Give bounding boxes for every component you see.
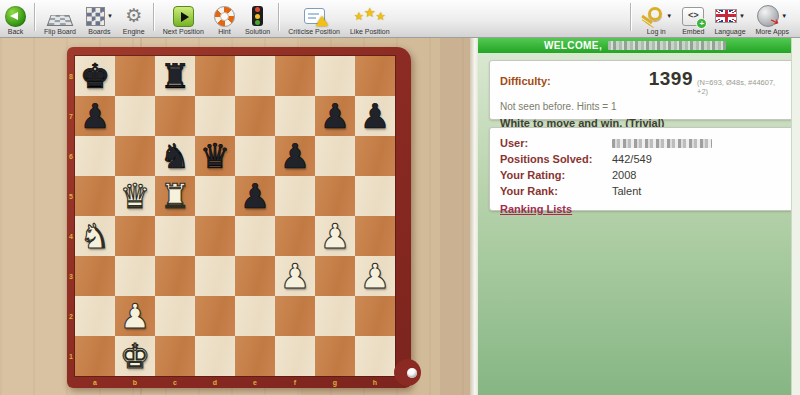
square-g7[interactable]: ♟	[315, 96, 355, 136]
difficulty-stats: (N=693, Ø48s, #44607, +2)	[697, 78, 783, 96]
piece-br[interactable]: ♜	[160, 56, 190, 96]
rank-label-7: 7	[67, 96, 75, 136]
rank-label-6: 6	[67, 136, 75, 176]
square-c7[interactable]	[155, 96, 195, 136]
your-rating-row: Your Rating: 2008	[500, 167, 783, 183]
rank-label-8: 8	[67, 56, 75, 96]
square-c1[interactable]	[155, 336, 195, 376]
square-d2[interactable]	[195, 296, 235, 336]
status-line: Not seen before. Hints = 1	[500, 101, 783, 112]
square-c2[interactable]	[155, 296, 195, 336]
piece-bn[interactable]: ♞	[160, 136, 190, 176]
back-icon	[5, 6, 26, 27]
square-h7[interactable]: ♟	[355, 96, 395, 136]
chevron-down-icon	[666, 13, 672, 19]
user-label: User:	[500, 137, 612, 149]
square-g8[interactable]	[315, 56, 355, 96]
boards-label: Boards	[88, 28, 110, 35]
boards-icon	[86, 7, 105, 26]
boards-button[interactable]: Boards	[81, 0, 118, 37]
rank-label-3: 3	[67, 256, 75, 296]
square-h4[interactable]	[355, 216, 395, 256]
square-g6[interactable]	[315, 136, 355, 176]
square-b1[interactable]: ♚	[115, 336, 155, 376]
piece-bp[interactable]: ♟	[360, 96, 390, 136]
square-e6[interactable]	[235, 136, 275, 176]
flip-board-icon	[47, 14, 74, 25]
login-key-icon	[640, 5, 664, 27]
engine-button[interactable]: Engine	[118, 0, 150, 37]
square-a6[interactable]	[75, 136, 115, 176]
square-c6[interactable]: ♞	[155, 136, 195, 176]
piece-bk[interactable]: ♚	[80, 56, 110, 96]
square-h5[interactable]	[355, 176, 395, 216]
square-h8[interactable]	[355, 56, 395, 96]
chevron-down-icon	[107, 13, 113, 19]
like-position-label: Like Position	[350, 28, 390, 35]
engine-label: Engine	[123, 28, 145, 35]
piece-bq[interactable]: ♛	[200, 136, 230, 176]
next-position-play-icon	[173, 6, 194, 27]
square-a1[interactable]	[75, 336, 115, 376]
square-e8[interactable]	[235, 56, 275, 96]
login-button[interactable]: Log in	[635, 0, 677, 37]
next-position-button[interactable]: Next Position	[158, 0, 209, 37]
redacted-username	[608, 41, 726, 50]
criticise-bubble-warning-icon	[304, 8, 325, 24]
square-e7[interactable]	[235, 96, 275, 136]
criticise-position-label: Criticise Position	[288, 28, 340, 35]
more-apps-globe-icon	[757, 5, 779, 27]
file-label-f: f	[275, 376, 315, 388]
square-b7[interactable]	[115, 96, 155, 136]
solution-label: Solution	[245, 28, 270, 35]
chess-board-frame: 87654321 abcdefgh ♚♜♟♟♟♞♛♟♛♜♟♞♟♟♟♟♚	[67, 47, 411, 388]
login-label: Log in	[647, 28, 666, 35]
difficulty-card: Difficulty: 1399 (N=693, Ø48s, #44607, +…	[489, 60, 794, 120]
toolbar-spacer	[395, 0, 628, 37]
square-a4[interactable]: ♞	[75, 216, 115, 256]
criticise-position-button[interactable]: Criticise Position	[283, 0, 345, 37]
piece-wp[interactable]: ♟	[360, 256, 390, 296]
square-d5[interactable]	[195, 176, 235, 216]
square-g5[interactable]	[315, 176, 355, 216]
piece-wr[interactable]: ♜	[160, 176, 190, 216]
square-b6[interactable]	[115, 136, 155, 176]
square-c4[interactable]	[155, 216, 195, 256]
square-c3[interactable]	[155, 256, 195, 296]
square-f6[interactable]: ♟	[275, 136, 315, 176]
your-rating-label: Your Rating:	[500, 169, 612, 181]
square-a7[interactable]: ♟	[75, 96, 115, 136]
piece-bp[interactable]: ♟	[240, 176, 270, 216]
square-f7[interactable]	[275, 96, 315, 136]
square-h3[interactable]: ♟	[355, 256, 395, 296]
redacted-user-value	[612, 139, 712, 148]
your-rank-value: Talent	[612, 185, 641, 197]
user-row: User:	[500, 135, 783, 151]
panel-divider	[470, 38, 478, 395]
rank-labels: 87654321	[67, 56, 75, 376]
piece-wq[interactable]: ♛	[120, 176, 150, 216]
user-card: User: Positions Solved: 442/549 Your Rat…	[489, 127, 794, 211]
embed-code-icon	[682, 7, 704, 26]
square-g3[interactable]	[315, 256, 355, 296]
like-stars-icon	[354, 11, 385, 22]
square-f5[interactable]	[275, 176, 315, 216]
square-d7[interactable]	[195, 96, 235, 136]
your-rating-value: 2008	[612, 169, 636, 181]
square-b8[interactable]	[115, 56, 155, 96]
welcome-bar: WELCOME,	[478, 38, 792, 53]
flip-board-label: Flip Board	[44, 28, 76, 35]
square-c8[interactable]: ♜	[155, 56, 195, 96]
file-labels: abcdefgh	[75, 376, 395, 388]
piece-wk[interactable]: ♚	[120, 336, 150, 376]
back-label: Back	[8, 28, 24, 35]
square-a2[interactable]	[75, 296, 115, 336]
square-f8[interactable]	[275, 56, 315, 96]
square-b2[interactable]: ♟	[115, 296, 155, 336]
more-apps-label: More Apps	[756, 28, 789, 35]
toolbar: Back Flip Board Boards Engine Next Posit…	[0, 0, 800, 38]
ranking-lists-link[interactable]: Ranking Lists	[500, 203, 572, 215]
your-rank-row: Your Rank: Talent	[500, 183, 783, 199]
rank-label-4: 4	[67, 216, 75, 256]
language-button[interactable]: Language	[709, 0, 750, 37]
square-g1[interactable]	[315, 336, 355, 376]
right-panel: WELCOME, Difficulty: 1399 (N=693, Ø48s, …	[478, 38, 800, 395]
positions-solved-label: Positions Solved:	[500, 153, 612, 165]
square-f2[interactable]	[275, 296, 315, 336]
square-h2[interactable]	[355, 296, 395, 336]
board-pin	[394, 359, 421, 386]
flip-board-button[interactable]: Flip Board	[39, 0, 81, 37]
rank-label-1: 1	[67, 336, 75, 376]
positions-solved-row: Positions Solved: 442/549	[500, 151, 783, 167]
square-a5[interactable]	[75, 176, 115, 216]
piece-bp[interactable]: ♟	[320, 96, 350, 136]
square-e2[interactable]	[235, 296, 275, 336]
solution-traffic-light-icon	[252, 6, 263, 26]
toolbar-separator	[153, 3, 155, 31]
solution-button[interactable]: Solution	[240, 0, 275, 37]
file-label-g: g	[315, 376, 355, 388]
more-apps-button[interactable]: More Apps	[751, 0, 794, 37]
chevron-down-icon	[739, 13, 745, 19]
like-position-button[interactable]: Like Position	[345, 0, 395, 37]
square-a3[interactable]	[75, 256, 115, 296]
piece-wp[interactable]: ♟	[120, 296, 150, 336]
file-label-a: a	[75, 376, 115, 388]
file-label-e: e	[235, 376, 275, 388]
piece-wp[interactable]: ♟	[320, 216, 350, 256]
language-label: Language	[714, 28, 745, 35]
piece-bp[interactable]: ♟	[80, 96, 110, 136]
square-h6[interactable]	[355, 136, 395, 176]
difficulty-value: 1399	[649, 68, 693, 90]
square-d6[interactable]: ♛	[195, 136, 235, 176]
toolbar-separator	[278, 3, 280, 31]
embed-button[interactable]: Embed	[677, 0, 709, 37]
scrollbar-track[interactable]	[791, 38, 800, 395]
file-label-c: c	[155, 376, 195, 388]
hint-button[interactable]: Hint	[209, 0, 240, 37]
chevron-down-icon	[781, 13, 787, 19]
toolbar-separator	[630, 3, 632, 31]
back-button[interactable]: Back	[0, 0, 31, 37]
square-b3[interactable]	[115, 256, 155, 296]
piece-wp[interactable]: ♟	[280, 256, 310, 296]
difficulty-label: Difficulty:	[500, 75, 551, 87]
square-a8[interactable]: ♚	[75, 56, 115, 96]
square-b4[interactable]	[115, 216, 155, 256]
square-d4[interactable]	[195, 216, 235, 256]
positions-solved-value: 442/549	[612, 153, 652, 165]
engine-gear-icon	[125, 5, 142, 27]
file-label-b: b	[115, 376, 155, 388]
square-d8[interactable]	[195, 56, 235, 96]
square-f4[interactable]	[275, 216, 315, 256]
piece-bp[interactable]: ♟	[280, 136, 310, 176]
rank-label-2: 2	[67, 296, 75, 336]
next-position-label: Next Position	[163, 28, 204, 35]
square-d1[interactable]	[195, 336, 235, 376]
square-g4[interactable]: ♟	[315, 216, 355, 256]
square-g2[interactable]	[315, 296, 355, 336]
square-e3[interactable]	[235, 256, 275, 296]
square-f1[interactable]	[275, 336, 315, 376]
piece-wn[interactable]: ♞	[80, 216, 110, 256]
square-e1[interactable]	[235, 336, 275, 376]
rank-label-5: 5	[67, 176, 75, 216]
language-uk-flag-icon	[715, 9, 737, 23]
embed-label: Embed	[682, 28, 704, 35]
file-label-h: h	[355, 376, 395, 388]
toolbar-separator	[34, 3, 36, 31]
square-f3[interactable]: ♟	[275, 256, 315, 296]
your-rank-label: Your Rank:	[500, 185, 612, 197]
welcome-text: WELCOME,	[544, 40, 602, 51]
square-e4[interactable]	[235, 216, 275, 256]
chess-board[interactable]: ♚♜♟♟♟♞♛♟♛♜♟♞♟♟♟♟♚	[75, 56, 395, 376]
hint-label: Hint	[218, 28, 230, 35]
square-h1[interactable]	[355, 336, 395, 376]
file-label-d: d	[195, 376, 235, 388]
square-e5[interactable]: ♟	[235, 176, 275, 216]
square-d3[interactable]	[195, 256, 235, 296]
square-b5[interactable]: ♛	[115, 176, 155, 216]
square-c5[interactable]: ♜	[155, 176, 195, 216]
hint-lifebuoy-icon	[214, 6, 235, 27]
board-pin-dot	[407, 368, 417, 378]
